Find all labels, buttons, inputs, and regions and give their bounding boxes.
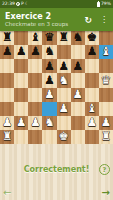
black-pawn[interactable]: ♟ xyxy=(44,75,54,87)
white-rook[interactable]: ♜ xyxy=(2,131,12,143)
square-b7[interactable]: ♟ xyxy=(14,45,28,59)
black-bishop[interactable]: ♝ xyxy=(30,32,40,44)
square-d5[interactable]: ♟ xyxy=(42,73,56,87)
black-king[interactable]: ♚ xyxy=(87,32,97,44)
square-e2[interactable] xyxy=(57,116,71,130)
square-h7[interactable]: ♝ xyxy=(99,45,113,59)
battery-icon xyxy=(97,2,100,7)
square-d8[interactable]: ♛ xyxy=(42,31,56,45)
square-g5[interactable] xyxy=(85,73,99,87)
previous-exercise-button[interactable]: ← xyxy=(3,188,11,198)
square-c4[interactable] xyxy=(28,88,42,102)
square-c3[interactable] xyxy=(28,102,42,116)
black-rook[interactable]: ♜ xyxy=(2,32,12,44)
page-title: Exercice 2 xyxy=(5,12,84,22)
white-queen[interactable]: ♛ xyxy=(101,75,111,87)
app-bar: Exercice 2 Checkmate en 3 coups ↻ ⋮ xyxy=(0,8,113,31)
square-a7[interactable]: ♟ xyxy=(0,45,14,59)
page-subtitle: Checkmate en 3 coups xyxy=(5,21,84,28)
square-e3[interactable]: ♟ xyxy=(57,102,71,116)
square-a5[interactable] xyxy=(0,73,14,87)
square-c6[interactable] xyxy=(28,59,42,73)
square-b5[interactable] xyxy=(14,73,28,87)
square-a4[interactable] xyxy=(0,88,14,102)
square-a2[interactable]: ♟ xyxy=(0,116,14,130)
square-b2[interactable]: ♟ xyxy=(14,116,28,130)
moon-icon: ☾ xyxy=(25,0,29,8)
square-b4[interactable] xyxy=(14,88,28,102)
square-g6[interactable] xyxy=(85,59,99,73)
square-f7[interactable] xyxy=(71,45,85,59)
square-a8[interactable]: ♜ xyxy=(0,31,14,45)
search-icon xyxy=(16,2,20,6)
status-bar: 22:39 P ☾ 79% xyxy=(0,0,113,8)
white-king[interactable]: ♚ xyxy=(58,131,68,143)
square-c8[interactable]: ♝ xyxy=(28,31,42,45)
square-e1[interactable]: ♚ xyxy=(57,130,71,144)
square-f8[interactable]: ♞ xyxy=(71,31,85,45)
square-f5[interactable] xyxy=(71,73,85,87)
black-knight[interactable]: ♞ xyxy=(44,46,54,58)
square-c2[interactable]: ♟ xyxy=(28,116,42,130)
white-pawn[interactable]: ♟ xyxy=(30,117,40,129)
black-rook[interactable]: ♜ xyxy=(58,32,68,44)
square-a6[interactable] xyxy=(0,59,14,73)
app-titles: Exercice 2 Checkmate en 3 coups xyxy=(5,12,84,28)
square-a1[interactable]: ♜ xyxy=(0,130,14,144)
square-c7[interactable]: ♟ xyxy=(28,45,42,59)
feedback-message: Correctement! xyxy=(0,165,113,174)
square-b8[interactable] xyxy=(14,31,28,45)
white-pawn[interactable]: ♟ xyxy=(2,117,12,129)
square-e6[interactable]: ♟ xyxy=(57,59,71,73)
black-pawn[interactable]: ♟ xyxy=(87,46,97,58)
square-d2[interactable]: ♞ xyxy=(42,116,56,130)
square-c5[interactable] xyxy=(28,73,42,87)
square-f6[interactable]: ♟ xyxy=(71,59,85,73)
black-pawn[interactable]: ♟ xyxy=(16,46,26,58)
square-a3[interactable] xyxy=(0,102,14,116)
white-rook[interactable]: ♜ xyxy=(101,131,111,143)
square-g2[interactable]: ♟ xyxy=(85,116,99,130)
square-g8[interactable]: ♚ xyxy=(85,31,99,45)
white-pawn[interactable]: ♟ xyxy=(16,117,26,129)
black-pawn[interactable]: ♟ xyxy=(2,46,12,58)
square-b6[interactable] xyxy=(14,59,28,73)
square-c1[interactable] xyxy=(28,130,42,144)
white-pawn[interactable]: ♟ xyxy=(58,103,68,115)
white-bishop[interactable]: ♝ xyxy=(101,46,111,58)
black-pawn[interactable]: ♟ xyxy=(44,61,54,73)
square-f1[interactable] xyxy=(71,130,85,144)
white-pawn[interactable]: ♟ xyxy=(44,89,54,101)
white-knight[interactable]: ♞ xyxy=(58,75,68,87)
black-knight[interactable]: ♞ xyxy=(73,32,83,44)
square-h4[interactable] xyxy=(99,88,113,102)
square-d6[interactable]: ♟ xyxy=(42,59,56,73)
white-knight[interactable]: ♞ xyxy=(44,117,54,129)
square-h6[interactable] xyxy=(99,59,113,73)
status-left: 22:39 P ☾ xyxy=(2,0,29,8)
square-e8[interactable]: ♜ xyxy=(57,31,71,45)
square-h8[interactable] xyxy=(99,31,113,45)
help-button[interactable]: ? xyxy=(99,164,110,175)
black-queen[interactable]: ♛ xyxy=(44,32,54,44)
square-f3[interactable] xyxy=(71,102,85,116)
square-e7[interactable] xyxy=(57,45,71,59)
square-d7[interactable]: ♞ xyxy=(42,45,56,59)
p-badge-icon: P xyxy=(21,0,24,8)
square-g3[interactable]: ♝ xyxy=(85,102,99,116)
square-b3[interactable] xyxy=(14,102,28,116)
square-e5[interactable]: ♞ xyxy=(57,73,71,87)
battery-percent: 79% xyxy=(101,0,111,8)
bottom-panel: Correctement! ? ← → xyxy=(0,144,113,200)
white-pawn[interactable]: ♟ xyxy=(87,117,97,129)
status-clock: 22:39 xyxy=(2,0,15,8)
square-f4[interactable]: ♟ xyxy=(71,88,85,102)
square-d3[interactable] xyxy=(42,102,56,116)
app-screen: 22:39 P ☾ 79% Exercice 2 Checkmate en 3 … xyxy=(0,0,113,200)
square-g7[interactable]: ♟ xyxy=(85,45,99,59)
chess-board[interactable]: ♜♝♛♜♞♚♟♟♟♞♟♝♟♟♟♟♞♛♟♟♟♝♟♟♟♞♟♟♜♚♜ xyxy=(0,31,113,144)
square-h5[interactable]: ♛ xyxy=(99,73,113,87)
square-d4[interactable]: ♟ xyxy=(42,88,56,102)
square-g4[interactable] xyxy=(85,88,99,102)
square-h3[interactable] xyxy=(99,102,113,116)
next-exercise-button[interactable]: → xyxy=(102,188,110,198)
status-right: 79% xyxy=(97,0,111,8)
square-h1[interactable]: ♜ xyxy=(99,130,113,144)
square-e4[interactable] xyxy=(57,88,71,102)
square-b1[interactable] xyxy=(14,130,28,144)
square-f2[interactable] xyxy=(71,116,85,130)
square-d1[interactable] xyxy=(42,130,56,144)
overflow-menu-icon[interactable]: ⋮ xyxy=(100,15,108,24)
square-h2[interactable]: ♟ xyxy=(99,116,113,130)
white-pawn[interactable]: ♟ xyxy=(73,89,83,101)
black-pawn[interactable]: ♟ xyxy=(58,61,68,73)
white-bishop[interactable]: ♝ xyxy=(87,103,97,115)
black-pawn[interactable]: ♟ xyxy=(73,61,83,73)
square-g1[interactable] xyxy=(85,130,99,144)
white-pawn[interactable]: ♟ xyxy=(101,117,111,129)
refresh-icon[interactable]: ↻ xyxy=(84,15,92,25)
black-pawn[interactable]: ♟ xyxy=(30,46,40,58)
